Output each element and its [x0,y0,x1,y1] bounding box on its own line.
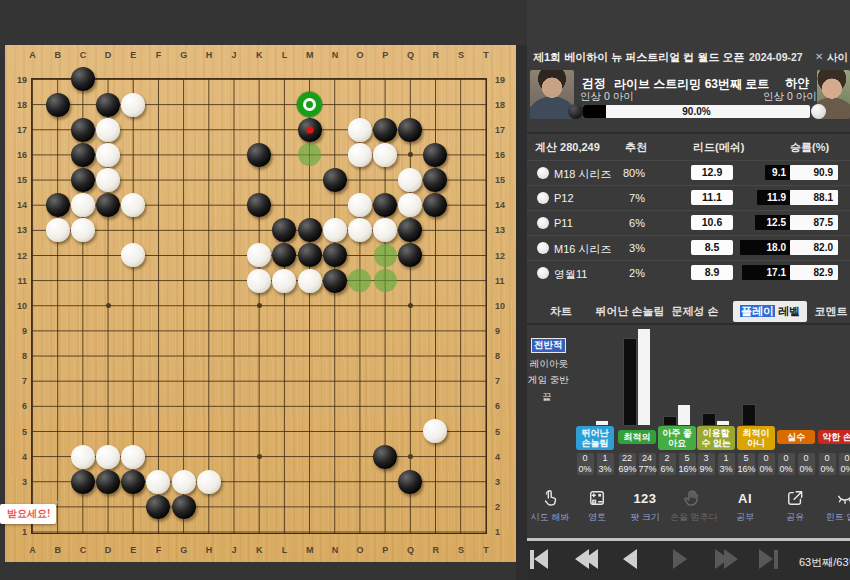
black-stone [71,168,95,192]
white-stone [71,193,95,217]
prev-move-button[interactable] [623,549,637,569]
board-cell[interactable] [373,218,398,243]
move-row[interactable]: M16 시리즈3%8.518.082.0 [527,235,850,260]
phase-label[interactable]: 전반적 [531,338,566,353]
board-cell[interactable] [70,218,95,243]
category-values-black: 2269% [619,453,636,475]
move-counter: 63번째/63번 [799,555,850,570]
coord-label: R [428,545,444,555]
app-window: AABBCCDDEEFFGGHHJJKKLLMMNNOOPPQQRRSSTT19… [0,0,850,580]
coord-label: A [25,50,41,60]
panel-divider [516,45,527,580]
hint-marker[interactable] [348,269,371,292]
white-bar [638,329,650,425]
toolbar-item-2[interactable]: 영토 [575,487,619,524]
category-label: 뛰어난손놀림 [576,426,614,450]
board-cell[interactable] [247,193,272,218]
top-suggestion-marker[interactable] [297,92,322,117]
white-stone [247,269,271,293]
phase-label: 끝 [542,391,552,404]
coord-label: P [377,545,393,555]
coord-label: G [176,50,192,60]
board-cell[interactable] [297,142,322,167]
board-cell[interactable] [121,92,146,117]
coord-label: B [50,545,66,555]
tooltip-text: 받요세요! [7,508,50,519]
coord-label: B [50,50,66,60]
black-stone [423,168,447,192]
category-label: 최적의 [618,430,656,444]
black-stone [71,470,95,494]
white-stone [46,218,70,242]
white-stone [71,445,95,469]
players-bar: 검정 인상 0 아이 라이브 스트리밍 63번째 로트 하얀 인상 0 아이 9… [527,68,850,134]
board-cell[interactable] [45,218,70,243]
toolbar-item-7[interactable]: 힌트 없음 [823,487,850,524]
board-cell[interactable] [398,117,423,142]
analysis-panel: 제1회 베이하이 뉴 퍼스트리얼 컵 월드 오픈 한국 예선 6월 2024-0… [527,0,850,580]
black-stone [121,470,145,494]
move-row[interactable]: P127%11.111.988.1 [527,185,850,210]
first-move-button[interactable] [530,549,548,569]
white-bar [596,421,608,425]
white-stone [121,445,145,469]
toolbar: 시도 해봐영토123팟 크기손을 멈추다AI공부공유힌트 없음 [527,485,850,529]
board-cell[interactable] [373,193,398,218]
move-lead-value: 8.5 [691,240,733,255]
coord-label: N [327,50,343,60]
category-values-black: 00% [778,453,795,475]
white-stone-bullet-icon [537,267,549,279]
category-label: 이용할수 없는 [697,426,735,450]
toolbar-item-4: 손을 멈추다 [670,487,714,524]
board-cell[interactable] [146,469,171,494]
black-bar [664,417,676,425]
coord-label: K [251,545,267,555]
black-stone [46,193,70,217]
territory-icon [575,487,619,509]
category-values-white: 00% [798,453,815,475]
board-cell[interactable] [373,117,398,142]
board-cell[interactable] [297,92,322,117]
board-cell[interactable] [146,494,171,519]
board-cell[interactable] [272,268,297,293]
black-stone [96,193,120,217]
fast-rewind-button[interactable] [575,549,598,569]
board-cell[interactable] [70,117,95,142]
toolbar-item-6[interactable]: 공유 [773,487,817,524]
white-stone [71,218,95,242]
hand-icon [670,487,714,509]
black-stone [71,143,95,167]
category-values-white: 13% [597,453,614,475]
white-player-sub: 인상 0 아이 [763,90,817,104]
board-cell[interactable] [398,469,423,494]
lead-header: 리드(메쉬) [693,140,744,155]
toolbar-item-1[interactable]: 시도 해봐 [528,487,572,524]
move-name: P12 [554,192,574,204]
toolbar-item-3[interactable]: 123팟 크기 [623,487,667,524]
text-icon: 123 [623,487,667,509]
move-policy: 2% [615,267,645,279]
coord-label: L [277,50,293,60]
white-stone [373,143,397,167]
white-stone-bullet-icon [537,242,549,254]
black-stone [247,143,271,167]
category-values-white: 2477% [639,453,656,475]
white-bar [717,421,729,425]
playback-bar: 63번째/63번 [527,541,850,580]
tab-highlight: 플레이 [740,305,775,317]
board-cell[interactable] [322,167,347,192]
white-stone [96,143,120,167]
board-cell[interactable] [121,193,146,218]
tab-1[interactable]: 차트 [541,304,581,319]
board-cell[interactable] [95,193,120,218]
white-stone-bullet-icon [537,167,549,179]
category-values-white: 00% [839,453,850,475]
black-stone [423,193,447,217]
board-cell[interactable] [373,142,398,167]
move-black-winrate: 17.1 [742,265,790,280]
move-policy: 3% [615,242,645,254]
board-cell[interactable] [423,142,448,167]
board-cell[interactable] [70,469,95,494]
black-stone [398,470,422,494]
coord-label: J [226,50,242,60]
board-cell[interactable] [247,243,272,268]
move-policy: 7% [615,192,645,204]
toolbar-label: 힌트 없음 [823,511,850,524]
move-suggestion-table: 계산 280,249 추천 리드(메쉬) 승률(%) M18 시리즈80%12.… [527,134,850,300]
white-stone [398,168,422,192]
coord-label: M [302,545,318,555]
board-cell[interactable] [70,67,95,92]
policy-header: 추천 [625,140,647,155]
move-white-winrate: 90.9 [790,165,838,180]
phase-label: 레이아웃 [530,358,568,371]
board-cell[interactable] [373,243,398,268]
board-cell[interactable] [347,268,372,293]
123-text-icon: 123 [633,491,656,506]
share-icon [773,487,817,509]
coord-label: Q [403,50,419,60]
board-cell[interactable] [95,469,120,494]
category-values-black: 516% [738,453,755,475]
board-cell[interactable] [70,193,95,218]
black-stone [71,118,95,142]
play-level-chart: 전반적레이아웃게임 중반끝 뛰어난손놀림00%13%최적의2269%2477%아… [527,325,850,482]
black-bar [743,405,755,425]
move-black-winrate: 12.5 [755,215,790,230]
board-cell[interactable] [70,444,95,469]
coord-label: D [100,545,116,555]
coord-label: P [377,50,393,60]
board-cell[interactable] [297,268,322,293]
black-stone [298,243,322,267]
toolbar-label: 공유 [773,511,817,524]
coord-label: T [478,545,494,555]
white-stone [348,218,372,242]
toolbar-label: 손을 멈추다 [670,511,714,524]
phase-label: 게임 중반 [528,374,569,387]
black-stone [373,118,397,142]
white-stone [172,470,196,494]
white-stone [96,118,120,142]
coord-label: A [25,545,41,555]
board-cell[interactable] [398,167,423,192]
move-black-winrate: 9.1 [765,165,790,180]
black-stone [423,143,447,167]
board-cell[interactable] [70,167,95,192]
tab-bar: 차트뛰어난 손놀림문제성 손플레이 레벨코멘트 [527,300,850,325]
toolbar-label: 영토 [575,511,619,524]
move-lead-value: 10.6 [691,215,733,230]
white-stone [423,419,447,443]
white-stone [197,470,221,494]
black-stone [96,470,120,494]
board-cell[interactable] [95,167,120,192]
move-black-winrate: 18.0 [740,240,790,255]
move-black-winrate: 11.9 [757,190,790,205]
white-stone [96,168,120,192]
board-cell[interactable] [272,218,297,243]
move-lead-value: 12.9 [691,165,733,180]
board-cell[interactable] [347,142,372,167]
black-stone [398,218,422,242]
tab-4[interactable]: 플레이 레벨 [733,301,807,322]
board-cell[interactable] [196,469,221,494]
black-bar [624,339,636,425]
titlebar-trailing-button[interactable]: 사이 [827,51,848,65]
coord-label: H [201,545,217,555]
move-name: P11 [554,217,573,229]
board-cell[interactable] [121,243,146,268]
coord-label: T [478,50,494,60]
tab-3[interactable]: 문제성 손 [653,304,737,319]
white-stone [146,470,170,494]
board-cell[interactable] [373,444,398,469]
next-move-button[interactable] [673,549,687,569]
coord-label: N [327,545,343,555]
board-cell[interactable] [45,193,70,218]
winrate-bar-label: 90.0% [583,105,810,118]
black-stone-badge [568,104,583,119]
board-cell[interactable] [347,117,372,142]
white-stone [121,93,145,117]
board-cell[interactable] [322,268,347,293]
coord-label: E [125,545,141,555]
board-cell[interactable] [70,142,95,167]
winrate-header: 승률(%) [790,140,829,155]
board-cell[interactable] [95,444,120,469]
coord-label: E [125,50,141,60]
white-stone [121,193,145,217]
hint-marker[interactable] [374,269,397,292]
coord-label: O [352,545,368,555]
board-cell[interactable] [95,117,120,142]
black-stone [373,193,397,217]
board-cell[interactable] [322,243,347,268]
white-stone [298,269,322,293]
white-stone [247,243,271,267]
move-name: 영월11 [554,267,587,282]
ai-text-icon: AI [738,491,752,506]
go-board[interactable]: AABBCCDDEEFFGGHHJJKKLLMMNNOOPPQQRRSSTT19… [5,45,516,562]
board-cell[interactable] [347,218,372,243]
toolbar-label: 시도 해봐 [528,511,572,524]
game-subtitle: 라이브 스트리밍 63번째 로트 [614,76,764,93]
winrate-bar: 90.0% [583,105,810,118]
coord-label: F [151,50,167,60]
move-rows: M18 시리즈80%12.99.190.9P127%11.111.988.1P1… [527,160,850,285]
coord-label: L [277,545,293,555]
game-date: 2024-09-27 [749,51,803,63]
category-values-black: 00% [819,453,836,475]
board-cell[interactable] [423,419,448,444]
board-cell[interactable] [398,193,423,218]
board-cell[interactable] [272,243,297,268]
board-cell[interactable] [297,218,322,243]
coord-label: G [176,545,192,555]
coord-label: F [151,545,167,555]
board-cell[interactable] [121,444,146,469]
move-policy: 80% [615,167,645,179]
category-values-white: 13% [718,453,735,475]
category-values-white: 00% [758,453,775,475]
move-lead-value: 8.9 [691,265,733,280]
tab-5[interactable]: 코멘트 [811,304,850,319]
category-values-black: 26% [659,453,676,475]
board-cell[interactable] [398,218,423,243]
black-stone [71,67,95,91]
move-white-winrate: 87.5 [790,215,838,230]
move-policy: 6% [615,217,645,229]
black-stone [247,193,271,217]
white-stone [121,243,145,267]
move-white-winrate: 88.1 [790,190,838,205]
board-cell[interactable] [398,243,423,268]
board-cell[interactable] [45,92,70,117]
white-stone [348,143,372,167]
board-cell[interactable] [297,243,322,268]
move-lead-value: 11.1 [691,190,733,205]
black-stone [323,269,347,293]
close-icon[interactable]: ✕ [815,51,823,62]
tooltip-close-icon[interactable]: × [55,497,60,507]
black-stone [146,495,170,519]
hint-marker[interactable] [374,244,397,267]
move-white-winrate: 82.9 [790,265,838,280]
coord-label: D [100,50,116,60]
black-bar [703,414,715,425]
board-cell[interactable] [322,218,347,243]
white-stone [348,118,372,142]
game-title: 제1회 베이하이 뉴 퍼스트리얼 컵 월드 오픈 한국 예선 6월 [533,50,745,65]
category-label: 아주 좋아요 [658,426,696,450]
text-icon: AI [723,487,767,509]
move-row[interactable]: P116%10.612.587.5 [527,210,850,235]
white-stone-badge [811,104,826,119]
move-name: M16 시리즈 [554,242,611,257]
category-values-black: 00% [577,453,594,475]
white-bar [678,405,690,425]
category-label: 악한 손 [818,430,850,444]
board-cell[interactable] [95,92,120,117]
touch-icon [528,487,572,509]
black-stone [373,445,397,469]
coord-label: M [302,50,318,60]
hint-marker[interactable] [298,143,321,166]
black-stone [96,93,120,117]
black-stone [323,243,347,267]
coord-label: H [201,50,217,60]
coord-label: S [453,545,469,555]
category-label: 최적이아니 [737,426,775,450]
board-cell[interactable] [423,167,448,192]
black-stone [398,118,422,142]
stones-layer [20,67,499,545]
coord-label: C [75,545,91,555]
move-name: M18 시리즈 [554,167,611,182]
board-tooltip: 받요세요! × [0,504,56,524]
white-stone [398,193,422,217]
board-cell[interactable] [297,117,322,142]
board-cell[interactable] [171,494,196,519]
coord-label: O [352,50,368,60]
board-cell[interactable] [95,142,120,167]
coord-label: K [251,50,267,60]
toolbar-item-5[interactable]: AI공부 [723,487,767,524]
board-cell[interactable] [423,193,448,218]
board-cell[interactable] [247,142,272,167]
black-stone [172,495,196,519]
coord-label: S [453,50,469,60]
board-cell[interactable] [347,193,372,218]
coord-label: J [226,545,242,555]
eye-closed-icon [823,487,850,509]
white-stone [373,218,397,242]
black-stone [272,218,296,242]
white-stone-bullet-icon [537,192,549,204]
coord-label: C [75,50,91,60]
board-cell[interactable] [373,268,398,293]
black-stone [323,168,347,192]
black-stone [272,243,296,267]
category-label: 실수 [777,430,815,444]
black-stone [46,93,70,117]
fast-forward-button[interactable] [715,549,738,569]
board-cell[interactable] [247,268,272,293]
toolbar-label: 공부 [723,511,767,524]
toolbar-label: 팟 크기 [623,511,667,524]
white-stone [348,193,372,217]
move-white-winrate: 82.0 [790,240,838,255]
move-row[interactable]: 영월112%8.917.182.9 [527,260,850,285]
black-stone [298,218,322,242]
last-move-button[interactable] [759,549,778,569]
white-stone [96,445,120,469]
coord-label: R [428,50,444,60]
board-cell[interactable] [121,469,146,494]
last-move-marker [306,126,313,133]
white-stone [272,269,296,293]
category-values-black: 39% [698,453,715,475]
board-cell[interactable] [171,469,196,494]
coord-label: Q [403,545,419,555]
black-stone [398,243,422,267]
move-row[interactable]: M18 시리즈80%12.99.190.9 [527,160,850,185]
